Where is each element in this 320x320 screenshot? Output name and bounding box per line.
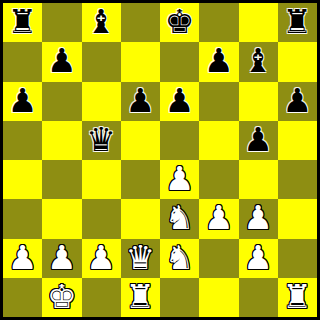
black-pawn-icon[interactable]: ♟ — [283, 84, 313, 117]
black-rook-icon[interactable]: ♜ — [283, 5, 313, 38]
square-c8[interactable]: ♝ — [82, 3, 121, 42]
square-b6[interactable] — [42, 82, 81, 121]
black-pawn-icon[interactable]: ♟ — [126, 84, 156, 117]
black-pawn-icon[interactable]: ♟ — [47, 44, 77, 77]
square-g1[interactable] — [239, 278, 278, 317]
square-b4[interactable] — [42, 160, 81, 199]
square-h3[interactable] — [278, 199, 317, 238]
square-b7[interactable]: ♟ — [42, 42, 81, 81]
square-e6[interactable]: ♟ — [160, 82, 199, 121]
square-c1[interactable] — [82, 278, 121, 317]
white-rook-icon[interactable]: ♜ — [283, 280, 313, 313]
square-a2[interactable]: ♟ — [3, 239, 42, 278]
square-d6[interactable]: ♟ — [121, 82, 160, 121]
square-h7[interactable] — [278, 42, 317, 81]
square-g5[interactable]: ♟ — [239, 121, 278, 160]
black-bishop-icon[interactable]: ♝ — [243, 44, 273, 77]
square-f2[interactable] — [199, 239, 238, 278]
square-b3[interactable] — [42, 199, 81, 238]
chess-board: ♜♝♚♜♟♟♝♟♟♟♟♛♟♟♞♟♟♟♟♟♛♞♟♚♜♜ — [3, 3, 317, 317]
white-pawn-icon[interactable]: ♟ — [243, 201, 273, 234]
square-h8[interactable]: ♜ — [278, 3, 317, 42]
square-f7[interactable]: ♟ — [199, 42, 238, 81]
square-h5[interactable] — [278, 121, 317, 160]
square-f6[interactable] — [199, 82, 238, 121]
square-c2[interactable]: ♟ — [82, 239, 121, 278]
square-f3[interactable]: ♟ — [199, 199, 238, 238]
square-a5[interactable] — [3, 121, 42, 160]
square-a1[interactable] — [3, 278, 42, 317]
square-b5[interactable] — [42, 121, 81, 160]
square-a3[interactable] — [3, 199, 42, 238]
square-h2[interactable] — [278, 239, 317, 278]
square-e5[interactable] — [160, 121, 199, 160]
square-g6[interactable] — [239, 82, 278, 121]
square-d3[interactable] — [121, 199, 160, 238]
black-pawn-icon[interactable]: ♟ — [165, 84, 195, 117]
black-queen-icon[interactable]: ♛ — [86, 123, 116, 156]
square-h6[interactable]: ♟ — [278, 82, 317, 121]
white-knight-icon[interactable]: ♞ — [165, 241, 195, 274]
square-f4[interactable] — [199, 160, 238, 199]
chess-board-frame: ♜♝♚♜♟♟♝♟♟♟♟♛♟♟♞♟♟♟♟♟♛♞♟♚♜♜ — [0, 0, 320, 320]
square-e7[interactable] — [160, 42, 199, 81]
white-pawn-icon[interactable]: ♟ — [165, 162, 195, 195]
square-g2[interactable]: ♟ — [239, 239, 278, 278]
square-a7[interactable] — [3, 42, 42, 81]
square-c5[interactable]: ♛ — [82, 121, 121, 160]
square-d1[interactable]: ♜ — [121, 278, 160, 317]
square-f5[interactable] — [199, 121, 238, 160]
square-b2[interactable]: ♟ — [42, 239, 81, 278]
white-king-icon[interactable]: ♚ — [47, 280, 77, 313]
white-pawn-icon[interactable]: ♟ — [8, 241, 38, 274]
square-c7[interactable] — [82, 42, 121, 81]
white-knight-icon[interactable]: ♞ — [165, 201, 195, 234]
black-pawn-icon[interactable]: ♟ — [243, 123, 273, 156]
square-d4[interactable] — [121, 160, 160, 199]
square-b8[interactable] — [42, 3, 81, 42]
square-f8[interactable] — [199, 3, 238, 42]
white-pawn-icon[interactable]: ♟ — [47, 241, 77, 274]
square-d7[interactable] — [121, 42, 160, 81]
square-e1[interactable] — [160, 278, 199, 317]
square-h4[interactable] — [278, 160, 317, 199]
square-g8[interactable] — [239, 3, 278, 42]
square-g7[interactable]: ♝ — [239, 42, 278, 81]
black-pawn-icon[interactable]: ♟ — [204, 44, 234, 77]
square-e3[interactable]: ♞ — [160, 199, 199, 238]
white-pawn-icon[interactable]: ♟ — [243, 241, 273, 274]
square-d2[interactable]: ♛ — [121, 239, 160, 278]
square-c3[interactable] — [82, 199, 121, 238]
square-g4[interactable] — [239, 160, 278, 199]
black-rook-icon[interactable]: ♜ — [8, 5, 38, 38]
square-a4[interactable] — [3, 160, 42, 199]
square-e8[interactable]: ♚ — [160, 3, 199, 42]
square-b1[interactable]: ♚ — [42, 278, 81, 317]
white-rook-icon[interactable]: ♜ — [126, 280, 156, 313]
square-d5[interactable] — [121, 121, 160, 160]
white-queen-icon[interactable]: ♛ — [126, 241, 156, 274]
square-e4[interactable]: ♟ — [160, 160, 199, 199]
white-pawn-icon[interactable]: ♟ — [204, 201, 234, 234]
square-c4[interactable] — [82, 160, 121, 199]
square-h1[interactable]: ♜ — [278, 278, 317, 317]
white-pawn-icon[interactable]: ♟ — [86, 241, 116, 274]
square-g3[interactable]: ♟ — [239, 199, 278, 238]
black-pawn-icon[interactable]: ♟ — [8, 84, 38, 117]
square-a8[interactable]: ♜ — [3, 3, 42, 42]
black-king-icon[interactable]: ♚ — [165, 5, 195, 38]
black-bishop-icon[interactable]: ♝ — [86, 5, 116, 38]
square-c6[interactable] — [82, 82, 121, 121]
square-d8[interactable] — [121, 3, 160, 42]
square-a6[interactable]: ♟ — [3, 82, 42, 121]
square-e2[interactable]: ♞ — [160, 239, 199, 278]
square-f1[interactable] — [199, 278, 238, 317]
